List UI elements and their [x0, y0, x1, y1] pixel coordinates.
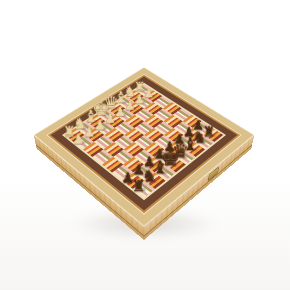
square[interactable] [114, 135, 134, 149]
board-outer-trim: ♜♟♟♜♞♟♟♞♝♟♟♝♛♟♟♛♚♟♟♚♝♟♟♝♞♟♟♞♜♟♟♜ [46, 74, 241, 214]
board-frame: ♜♟♟♜♞♟♟♞♝♟♟♝♛♟♟♛♚♟♟♚♝♟♟♝♞♟♟♞♜♟♟♜ [51, 76, 238, 210]
scene: ♜♟♟♜♞♟♟♞♝♟♟♝♛♟♟♛♚♟♟♚♝♟♟♝♞♟♟♞♜♟♟♜ [66, 57, 222, 213]
product-photo: ♜♟♟♜♞♟♟♞♝♟♟♝♛♟♟♛♚♟♟♚♝♟♟♝♞♟♟♞♜♟♟♜ [0, 0, 290, 290]
piece-black-rook[interactable]: ♜ [128, 178, 148, 194]
board: ♜♟♟♜♞♟♟♞♝♟♟♝♛♟♟♛♚♟♟♚♝♟♟♝♞♟♟♞♜♟♟♜ [34, 67, 255, 227]
board-gold-trim: ♜♟♟♜♞♟♟♞♝♟♟♝♛♟♟♛♚♟♟♚♝♟♟♝♞♟♟♞♜♟♟♜ [48, 75, 240, 213]
chess-box: ♜♟♟♜♞♟♟♞♝♟♟♝♛♟♟♛♚♟♟♚♝♟♟♝♞♟♟♞♜♟♟♜ [34, 67, 255, 227]
piece-white-pawn[interactable]: ♟ [69, 132, 87, 145]
